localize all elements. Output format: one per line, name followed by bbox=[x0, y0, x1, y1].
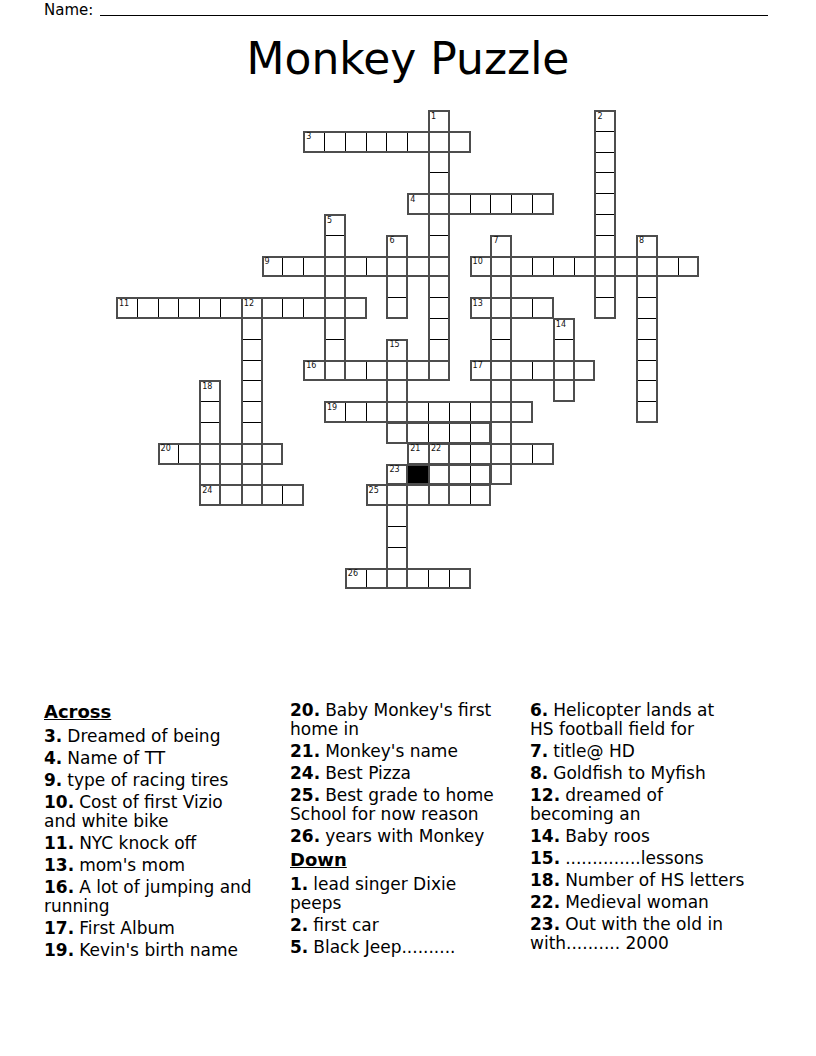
clue-number: 20. bbox=[290, 700, 320, 720]
clue-24: 24.Best Pizza bbox=[290, 764, 520, 783]
clue-number: 9. bbox=[44, 770, 62, 790]
grid-cell[interactable] bbox=[511, 401, 533, 423]
clue-26: 26.years with Monkey bbox=[290, 827, 520, 846]
grid-cell[interactable] bbox=[511, 297, 533, 319]
clue-number: 10. bbox=[44, 792, 74, 812]
cell-number: 11 bbox=[119, 300, 129, 308]
across-header: Across bbox=[44, 701, 294, 722]
grid-cell[interactable] bbox=[241, 360, 263, 382]
clue-number: 6. bbox=[530, 700, 548, 720]
clue-number: 19. bbox=[44, 940, 74, 960]
down-header: Down bbox=[290, 849, 520, 870]
grid-cell[interactable] bbox=[386, 360, 408, 382]
cell-number: 1 bbox=[431, 113, 436, 121]
clue-9: 9.type of racing tires bbox=[44, 771, 294, 790]
grid-cell[interactable] bbox=[241, 443, 263, 465]
grid-cell[interactable] bbox=[137, 297, 159, 319]
grid-cell[interactable] bbox=[594, 256, 616, 278]
grid-cell[interactable] bbox=[324, 256, 346, 278]
clue-5: 5.Black Jeep.......... bbox=[290, 938, 520, 957]
grid-cell[interactable] bbox=[407, 568, 429, 590]
grid-cell[interactable] bbox=[324, 131, 346, 153]
cell-number: 6 bbox=[389, 237, 394, 245]
grid-cell[interactable] bbox=[470, 422, 492, 444]
clue-number: 3. bbox=[44, 726, 62, 746]
grid-cell[interactable] bbox=[241, 422, 263, 444]
clue-number: 11. bbox=[44, 833, 74, 853]
cell-number: 4 bbox=[410, 196, 415, 204]
grid-cell[interactable] bbox=[470, 464, 492, 486]
grid-cell[interactable] bbox=[470, 193, 492, 215]
grid-cell[interactable] bbox=[366, 256, 388, 278]
grid-cell[interactable] bbox=[490, 276, 512, 298]
cell-number: 24 bbox=[202, 487, 212, 495]
grid-cell[interactable] bbox=[178, 297, 200, 319]
clue-number: 21. bbox=[290, 741, 320, 761]
cell-number: 16 bbox=[306, 362, 316, 370]
cell-number: 20 bbox=[161, 445, 171, 453]
grid-cell[interactable] bbox=[428, 568, 450, 590]
grid-cell[interactable] bbox=[594, 276, 616, 298]
clue-number: 26. bbox=[290, 826, 320, 846]
clue-number: 5. bbox=[290, 937, 308, 957]
clue-number: 16. bbox=[44, 877, 74, 897]
grid-cell[interactable] bbox=[428, 339, 450, 361]
cell-number: 2 bbox=[597, 113, 602, 121]
grid-cell[interactable] bbox=[345, 360, 367, 382]
grid-cell[interactable] bbox=[386, 547, 408, 569]
grid-cell[interactable] bbox=[449, 443, 471, 465]
grid-cell[interactable] bbox=[407, 484, 429, 506]
grid-cell[interactable] bbox=[220, 443, 242, 465]
clue-column-across: Across 3.Dreamed of being4.Name of TT9.t… bbox=[44, 701, 294, 963]
clue-14: 14.Baby roos bbox=[530, 827, 786, 846]
grid-cell[interactable] bbox=[553, 360, 575, 382]
grid-cell[interactable] bbox=[324, 339, 346, 361]
grid-cell[interactable] bbox=[553, 380, 575, 402]
grid-cell[interactable] bbox=[636, 360, 658, 382]
grid-cell[interactable] bbox=[594, 172, 616, 194]
clue-number: 8. bbox=[530, 763, 548, 783]
grid-cell[interactable] bbox=[594, 152, 616, 174]
grid-cell[interactable] bbox=[636, 297, 658, 319]
grid-cell[interactable] bbox=[241, 464, 263, 486]
grid-cell[interactable] bbox=[490, 360, 512, 382]
clue-number: 25. bbox=[290, 785, 320, 805]
grid-cell[interactable] bbox=[428, 256, 450, 278]
grid-cell[interactable] bbox=[428, 214, 450, 236]
name-blank-line bbox=[100, 0, 768, 16]
crossword-grid: 3491011131617192021242526125678121415182… bbox=[116, 110, 700, 590]
grid-cell[interactable] bbox=[490, 422, 512, 444]
grid-cell[interactable] bbox=[532, 297, 554, 319]
grid-cell[interactable] bbox=[490, 443, 512, 465]
grid-cell[interactable] bbox=[199, 401, 221, 423]
clue-number: 2. bbox=[290, 915, 308, 935]
grid-cell[interactable] bbox=[324, 297, 346, 319]
clue-number: 14. bbox=[530, 826, 560, 846]
cell-number: 3 bbox=[306, 133, 311, 141]
grid-cell[interactable] bbox=[282, 297, 304, 319]
grid-cell[interactable] bbox=[345, 401, 367, 423]
page-title: Monkey Puzzle bbox=[0, 33, 816, 84]
clue-12: 12.dreamed ofbecoming an bbox=[530, 786, 786, 824]
grid-cell[interactable] bbox=[366, 401, 388, 423]
grid-cell[interactable] bbox=[345, 256, 367, 278]
grid-cell[interactable] bbox=[615, 256, 637, 278]
clue-number: 4. bbox=[44, 748, 62, 768]
clue-number: 23. bbox=[530, 914, 560, 934]
clue-number: 12. bbox=[530, 785, 560, 805]
grid-cell[interactable] bbox=[428, 172, 450, 194]
grid-cell[interactable] bbox=[511, 443, 533, 465]
grid-cell[interactable] bbox=[490, 318, 512, 340]
grid-cell[interactable] bbox=[386, 505, 408, 527]
cell-number: 13 bbox=[473, 300, 483, 308]
grid-cell[interactable] bbox=[553, 339, 575, 361]
grid-cell[interactable] bbox=[594, 235, 616, 257]
grid-cell[interactable] bbox=[407, 360, 429, 382]
clue-6: 6.Helicopter lands atHS football field f… bbox=[530, 701, 786, 739]
grid-cell[interactable] bbox=[594, 297, 616, 319]
grid-cell[interactable] bbox=[678, 256, 700, 278]
grid-cell[interactable] bbox=[366, 568, 388, 590]
grid-cell[interactable] bbox=[490, 297, 512, 319]
grid-cell[interactable] bbox=[470, 401, 492, 423]
grid-cell[interactable] bbox=[428, 360, 450, 382]
grid-cell[interactable] bbox=[428, 318, 450, 340]
cell-number: 15 bbox=[389, 341, 399, 349]
clue-15: 15...............lessons bbox=[530, 849, 786, 868]
grid-cell[interactable] bbox=[449, 131, 471, 153]
grid-cell[interactable] bbox=[428, 464, 450, 486]
clue-number: 13. bbox=[44, 855, 74, 875]
cell-number: 19 bbox=[327, 404, 337, 412]
grid-cell[interactable] bbox=[428, 193, 450, 215]
grid-cell[interactable] bbox=[470, 443, 492, 465]
grid-cell[interactable] bbox=[199, 443, 221, 465]
grid-cell[interactable] bbox=[386, 401, 408, 423]
grid-cell[interactable] bbox=[636, 256, 658, 278]
clue-number: 17. bbox=[44, 918, 74, 938]
cell-number: 23 bbox=[389, 466, 399, 474]
grid-cell[interactable] bbox=[345, 131, 367, 153]
grid-cell[interactable] bbox=[241, 484, 263, 506]
grid-cell[interactable] bbox=[199, 422, 221, 444]
black-cell bbox=[407, 464, 429, 486]
cell-number: 7 bbox=[493, 237, 498, 245]
clue-number: 22. bbox=[530, 892, 560, 912]
grid-cell[interactable] bbox=[282, 484, 304, 506]
clue-column-down-continued: 6.Helicopter lands atHS football field f… bbox=[530, 701, 786, 956]
grid-cell[interactable] bbox=[490, 464, 512, 486]
grid-cell[interactable] bbox=[636, 380, 658, 402]
grid-cell[interactable] bbox=[490, 401, 512, 423]
grid-cell[interactable] bbox=[303, 297, 325, 319]
grid-cell[interactable] bbox=[470, 484, 492, 506]
grid-cell[interactable] bbox=[407, 256, 429, 278]
grid-cell[interactable] bbox=[532, 193, 554, 215]
grid-cell[interactable] bbox=[407, 401, 429, 423]
clue-10: 10.Cost of first Vizioand white bike bbox=[44, 793, 294, 831]
grid-cell[interactable] bbox=[366, 360, 388, 382]
grid-cell[interactable] bbox=[324, 235, 346, 257]
clue-21: 21.Monkey's name bbox=[290, 742, 520, 761]
grid-cell[interactable] bbox=[407, 422, 429, 444]
grid-cell[interactable] bbox=[449, 464, 471, 486]
clue-19: 19.Kevin's birth name bbox=[44, 941, 294, 960]
clue-4: 4.Name of TT bbox=[44, 749, 294, 768]
grid-cell[interactable] bbox=[574, 360, 596, 382]
grid-cell[interactable] bbox=[490, 256, 512, 278]
grid-cell[interactable] bbox=[241, 339, 263, 361]
clue-11: 11.NYC knock off bbox=[44, 834, 294, 853]
grid-cell[interactable] bbox=[490, 193, 512, 215]
grid-cell[interactable] bbox=[407, 131, 429, 153]
clue-number: 1. bbox=[290, 874, 308, 894]
grid-cell[interactable] bbox=[449, 193, 471, 215]
grid-cell[interactable] bbox=[574, 256, 596, 278]
grid-cell[interactable] bbox=[594, 214, 616, 236]
cell-number: 14 bbox=[556, 321, 566, 329]
grid-cell[interactable] bbox=[636, 318, 658, 340]
grid-cell[interactable] bbox=[511, 256, 533, 278]
grid-cell[interactable] bbox=[386, 568, 408, 590]
grid-cell[interactable] bbox=[199, 297, 221, 319]
clue-column-middle: 20.Baby Monkey's firsthome in21.Monkey's… bbox=[290, 701, 520, 960]
grid-cell[interactable] bbox=[386, 422, 408, 444]
clue-number: 24. bbox=[290, 763, 320, 783]
clue-13: 13.mom's mom bbox=[44, 856, 294, 875]
clue-18: 18.Number of HS letters bbox=[530, 871, 786, 890]
cell-number: 9 bbox=[265, 258, 270, 266]
grid-cell[interactable] bbox=[511, 360, 533, 382]
clue-16: 16.A lot of jumping andrunning bbox=[44, 878, 294, 916]
grid-cell[interactable] bbox=[178, 443, 200, 465]
grid-cell[interactable] bbox=[324, 360, 346, 382]
grid-cell[interactable] bbox=[428, 235, 450, 257]
grid-cell[interactable] bbox=[428, 276, 450, 298]
clue-8: 8.Goldfish to Myfish bbox=[530, 764, 786, 783]
grid-cell[interactable] bbox=[449, 568, 471, 590]
grid-cell[interactable] bbox=[594, 193, 616, 215]
grid-cell[interactable] bbox=[324, 276, 346, 298]
grid-cell[interactable] bbox=[428, 422, 450, 444]
clue-7: 7.title@ HD bbox=[530, 742, 786, 761]
grid-cell[interactable] bbox=[386, 256, 408, 278]
grid-cell[interactable] bbox=[345, 297, 367, 319]
grid-cell[interactable] bbox=[490, 380, 512, 402]
grid-cell[interactable] bbox=[303, 256, 325, 278]
grid-cell[interactable] bbox=[386, 526, 408, 548]
grid-cell[interactable] bbox=[449, 401, 471, 423]
grid-cell[interactable] bbox=[220, 484, 242, 506]
grid-cell[interactable] bbox=[262, 297, 284, 319]
grid-cell[interactable] bbox=[158, 297, 180, 319]
grid-cell[interactable] bbox=[386, 276, 408, 298]
clue-17: 17.First Album bbox=[44, 919, 294, 938]
cell-number: 17 bbox=[473, 362, 483, 370]
grid-cell[interactable] bbox=[366, 131, 388, 153]
grid-cell[interactable] bbox=[241, 380, 263, 402]
cell-number: 10 bbox=[473, 258, 483, 266]
grid-cell[interactable] bbox=[636, 339, 658, 361]
clue-25: 25.Best grade to homeSchool for now reas… bbox=[290, 786, 520, 824]
cell-number: 12 bbox=[244, 300, 254, 308]
grid-cell[interactable] bbox=[428, 131, 450, 153]
grid-cell[interactable] bbox=[532, 256, 554, 278]
clue-20: 20.Baby Monkey's firsthome in bbox=[290, 701, 520, 739]
grid-cell[interactable] bbox=[532, 360, 554, 382]
clue-2: 2.first car bbox=[290, 916, 520, 935]
grid-cell[interactable] bbox=[511, 193, 533, 215]
grid-cell[interactable] bbox=[324, 318, 346, 340]
across-clue-list: 3.Dreamed of being4.Name of TT9.type of … bbox=[44, 727, 294, 960]
cell-number: 5 bbox=[327, 217, 332, 225]
grid-cell[interactable] bbox=[636, 401, 658, 423]
cell-number: 26 bbox=[348, 570, 358, 578]
cell-number: 18 bbox=[202, 383, 212, 391]
grid-cell[interactable] bbox=[220, 297, 242, 319]
clue-23: 23.Out with the old inwith.......... 200… bbox=[530, 915, 786, 953]
clue-number: 7. bbox=[530, 741, 548, 761]
grid-cell[interactable] bbox=[553, 256, 575, 278]
grid-cell[interactable] bbox=[636, 276, 658, 298]
grid-cell[interactable] bbox=[490, 339, 512, 361]
cell-number: 8 bbox=[639, 237, 644, 245]
down-clue-list: 1.lead singer Dixiepeeps2.first car5.Bla… bbox=[290, 875, 520, 957]
clue-22: 22.Medieval woman bbox=[530, 893, 786, 912]
clue-number: 18. bbox=[530, 870, 560, 890]
grid-cell[interactable] bbox=[449, 484, 471, 506]
clue-3: 3.Dreamed of being bbox=[44, 727, 294, 746]
grid-cell[interactable] bbox=[282, 256, 304, 278]
grid-cell[interactable] bbox=[262, 443, 284, 465]
grid-cell[interactable] bbox=[428, 484, 450, 506]
cell-number: 22 bbox=[431, 445, 441, 453]
cell-number: 21 bbox=[410, 445, 420, 453]
grid-cell[interactable] bbox=[449, 422, 471, 444]
grid-cell[interactable] bbox=[199, 464, 221, 486]
grid-cell[interactable] bbox=[241, 401, 263, 423]
down-clue-list-continued: 6.Helicopter lands atHS football field f… bbox=[530, 701, 786, 953]
clue-1: 1.lead singer Dixiepeeps bbox=[290, 875, 520, 913]
grid-cell[interactable] bbox=[428, 152, 450, 174]
grid-cell[interactable] bbox=[386, 131, 408, 153]
grid-cell[interactable] bbox=[386, 297, 408, 319]
name-label: Name: bbox=[44, 1, 93, 19]
grid-cell[interactable] bbox=[262, 484, 284, 506]
grid-cell[interactable] bbox=[386, 484, 408, 506]
grid-cell[interactable] bbox=[657, 256, 679, 278]
grid-cell[interactable] bbox=[532, 443, 554, 465]
grid-cell[interactable] bbox=[428, 401, 450, 423]
grid-cell[interactable] bbox=[428, 297, 450, 319]
grid-cell[interactable] bbox=[386, 380, 408, 402]
across-clue-list-continued: 20.Baby Monkey's firsthome in21.Monkey's… bbox=[290, 701, 520, 846]
clue-number: 15. bbox=[530, 848, 560, 868]
grid-cell[interactable] bbox=[241, 318, 263, 340]
cell-number: 25 bbox=[369, 487, 379, 495]
